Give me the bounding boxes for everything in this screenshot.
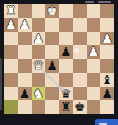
square-a2[interactable] <box>4 87 18 101</box>
square-c2[interactable]: ♞ <box>32 87 46 101</box>
square-e6[interactable] <box>59 32 73 46</box>
titlebar-marks <box>85 1 115 4</box>
square-a5[interactable] <box>4 45 18 59</box>
square-f6[interactable] <box>73 32 87 46</box>
badge-dash-icon <box>99 123 107 125</box>
square-b2[interactable]: ♟ <box>18 87 32 101</box>
square-h1[interactable] <box>100 100 114 114</box>
square-g1[interactable] <box>87 100 101 114</box>
square-f1[interactable]: ♚ <box>73 100 87 114</box>
square-a4[interactable] <box>4 59 18 73</box>
square-e1[interactable]: ♜ <box>59 100 73 114</box>
square-d3[interactable] <box>45 73 59 87</box>
square-b1[interactable] <box>18 100 32 114</box>
window-edge-streak <box>0 58 2 110</box>
black-rook[interactable]: ♜ <box>60 100 71 114</box>
white-rook[interactable]: ♜ <box>5 4 16 18</box>
square-c6[interactable]: ♟ <box>32 32 46 46</box>
square-d6[interactable] <box>45 32 59 46</box>
square-d4[interactable]: ♟ <box>45 59 59 73</box>
square-e7[interactable] <box>59 18 73 32</box>
square-c1[interactable] <box>32 100 46 114</box>
square-e3[interactable] <box>59 73 73 87</box>
square-c4[interactable]: ♛ <box>32 59 46 73</box>
black-king[interactable]: ♚ <box>74 100 85 114</box>
black-pawn[interactable]: ♟ <box>19 86 30 100</box>
square-b7[interactable]: ♟ <box>18 18 32 32</box>
white-pawn[interactable]: ♟ <box>5 17 16 31</box>
titlebar-mark-icon <box>85 1 94 3</box>
square-g8[interactable] <box>87 4 101 18</box>
square-f4[interactable] <box>73 59 87 73</box>
square-f2[interactable] <box>73 87 87 101</box>
square-f3[interactable] <box>73 73 87 87</box>
square-d8[interactable]: ♚ <box>45 4 59 18</box>
square-c7[interactable] <box>32 18 46 32</box>
square-d5[interactable] <box>45 45 59 59</box>
square-h4[interactable] <box>100 59 114 73</box>
square-h3[interactable]: ♝ <box>100 73 114 87</box>
square-g2[interactable] <box>87 87 101 101</box>
square-d2[interactable] <box>45 87 59 101</box>
square-b3[interactable] <box>18 73 32 87</box>
square-g7[interactable] <box>87 18 101 32</box>
square-a8[interactable]: ♜ <box>4 4 18 18</box>
white-king[interactable]: ♚ <box>47 4 58 18</box>
square-e2[interactable]: ♛ <box>59 87 73 101</box>
titlebar-mark-icon <box>98 1 111 3</box>
square-h2[interactable]: ♟ <box>100 87 114 101</box>
square-a6[interactable] <box>4 32 18 46</box>
white-queen[interactable]: ♛ <box>33 59 44 73</box>
white-knight[interactable]: ♞ <box>33 86 44 100</box>
notification-badge[interactable] <box>95 119 118 125</box>
square-b8[interactable] <box>18 4 32 18</box>
square-g5[interactable]: ♟ <box>87 45 101 59</box>
black-bishop[interactable]: ♝ <box>102 72 113 86</box>
square-h5[interactable] <box>100 45 114 59</box>
square-f5[interactable] <box>73 45 87 59</box>
square-b5[interactable] <box>18 45 32 59</box>
square-a3[interactable] <box>4 73 18 87</box>
square-f7[interactable] <box>73 18 87 32</box>
white-pawn[interactable]: ♟ <box>88 45 99 59</box>
square-b4[interactable] <box>18 59 32 73</box>
square-h8[interactable] <box>100 4 114 18</box>
white-pawn[interactable]: ♟ <box>19 17 30 31</box>
chess-board[interactable]: ♜♚♟♟♟♟♟♟♛♟♝♟♞♛♟♜♚ <box>4 4 114 114</box>
square-g6[interactable] <box>87 32 101 46</box>
black-pawn[interactable]: ♟ <box>47 59 58 73</box>
square-e5[interactable]: ♟ <box>59 45 73 59</box>
square-e8[interactable] <box>59 4 73 18</box>
square-g4[interactable] <box>87 59 101 73</box>
white-pawn[interactable]: ♟ <box>102 31 113 45</box>
square-h7[interactable] <box>100 18 114 32</box>
square-f8[interactable] <box>73 4 87 18</box>
black-queen[interactable]: ♛ <box>60 86 71 100</box>
square-b6[interactable] <box>18 32 32 46</box>
square-e4[interactable] <box>59 59 73 73</box>
square-h6[interactable]: ♟ <box>100 32 114 46</box>
black-pawn[interactable]: ♟ <box>102 86 113 100</box>
square-c5[interactable] <box>32 45 46 59</box>
square-a1[interactable] <box>4 100 18 114</box>
black-pawn[interactable]: ♟ <box>60 45 71 59</box>
square-c8[interactable] <box>32 4 46 18</box>
square-c3[interactable] <box>32 73 46 87</box>
square-a7[interactable]: ♟ <box>4 18 18 32</box>
square-d1[interactable] <box>45 100 59 114</box>
white-pawn[interactable]: ♟ <box>33 31 44 45</box>
square-g3[interactable] <box>87 73 101 87</box>
square-d7[interactable] <box>45 18 59 32</box>
